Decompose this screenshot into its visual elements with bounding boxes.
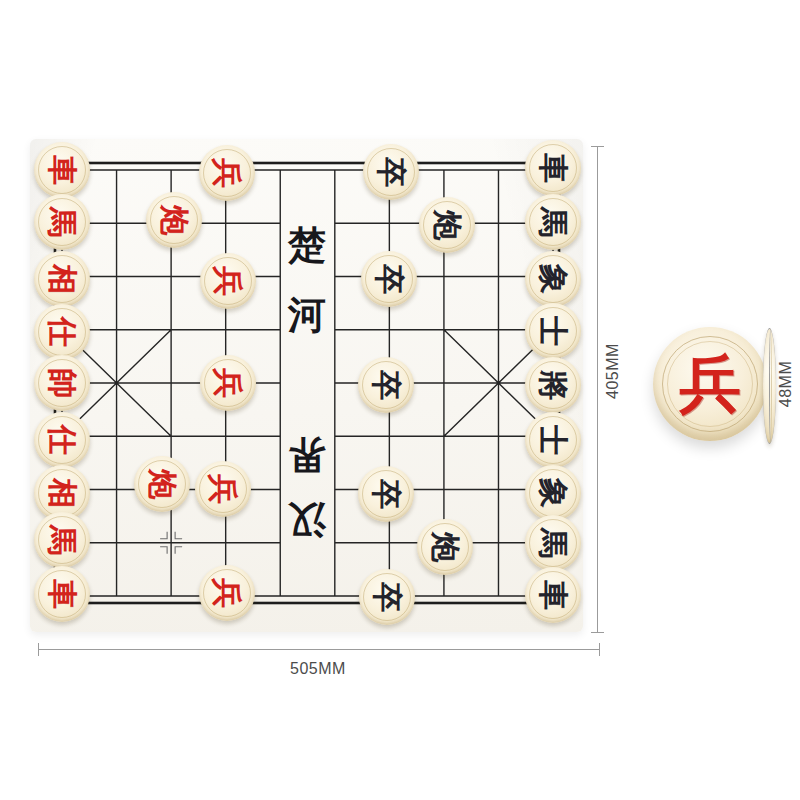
- piece-black-soldier[interactable]: 卒: [359, 569, 415, 625]
- piece-character: 炮: [432, 210, 462, 240]
- piece-character: 仕: [47, 425, 77, 455]
- piece-character: 卒: [374, 264, 404, 294]
- piece-character: 炮: [430, 532, 460, 562]
- piece-red-cannon[interactable]: 炮: [146, 192, 202, 248]
- piece-character: 卒: [371, 479, 401, 509]
- piece-red-advisor[interactable]: 仕: [34, 412, 90, 468]
- piece-character: 馬: [47, 525, 77, 555]
- piece-red-horse[interactable]: 馬: [34, 512, 90, 568]
- height-dimension-line: [591, 146, 604, 633]
- board-sheet: [30, 139, 583, 632]
- piece-character: 兵: [213, 368, 243, 398]
- piece-character: 兵: [212, 578, 242, 608]
- piece-black-elephant[interactable]: 象: [525, 251, 581, 307]
- river-label-he: 河: [283, 291, 331, 339]
- piece-red-soldier[interactable]: 兵: [195, 461, 251, 517]
- piece-black-chariot[interactable]: 車: [525, 567, 581, 623]
- piece-black-soldier[interactable]: 卒: [361, 251, 417, 307]
- width-dimension-label: 505MM: [38, 660, 598, 678]
- piece-red-horse[interactable]: 馬: [34, 194, 90, 250]
- piece-character: 相: [47, 478, 77, 508]
- width-dimension-line: [38, 643, 600, 656]
- piece-red-advisor[interactable]: 仕: [34, 304, 90, 360]
- piece-character: 兵: [213, 266, 243, 296]
- piece-character: 仕: [47, 317, 77, 347]
- piece-character: 兵: [212, 158, 242, 188]
- piece-character: 士: [538, 425, 568, 455]
- piece-character: 相: [47, 264, 77, 294]
- piece-dimension-line: [763, 328, 776, 444]
- piece-character: 炮: [147, 469, 177, 499]
- piece-black-elephant[interactable]: 象: [525, 465, 581, 521]
- piece-black-chariot[interactable]: 車: [525, 140, 581, 196]
- piece-red-chariot[interactable]: 車: [34, 142, 90, 198]
- piece-red-soldier[interactable]: 兵: [199, 145, 255, 201]
- piece-character: 馬: [47, 207, 77, 237]
- piece-red-soldier[interactable]: 兵: [199, 565, 255, 621]
- piece-black-advisor[interactable]: 士: [525, 303, 581, 359]
- piece-black-cannon[interactable]: 炮: [419, 197, 475, 253]
- piece-character: 象: [538, 264, 568, 294]
- river-label-jie: 界: [283, 431, 331, 479]
- piece-character: 將: [538, 370, 568, 400]
- piece-character: 炮: [159, 205, 189, 235]
- piece-character: 車: [538, 153, 568, 183]
- piece-character: 馬: [538, 207, 568, 237]
- piece-dimension-label: 48MM: [777, 354, 795, 414]
- piece-red-chariot[interactable]: 車: [34, 566, 90, 622]
- piece-character: 象: [538, 478, 568, 508]
- single-piece-character: 兵: [679, 353, 741, 415]
- piece-character: 兵: [208, 474, 238, 504]
- piece-character: 車: [47, 155, 77, 185]
- product-photo: 楚 河 界 汉 車馬相仕帥仕相馬車炮炮兵兵兵兵兵卒卒卒卒卒炮炮車馬象士將士象馬車…: [0, 0, 800, 800]
- piece-black-horse[interactable]: 馬: [525, 515, 581, 571]
- height-dimension-label: 405MM: [604, 336, 622, 406]
- piece-character: 帥: [47, 368, 77, 398]
- piece-black-soldier[interactable]: 卒: [358, 466, 414, 522]
- piece-character: 卒: [376, 157, 406, 187]
- piece-black-general[interactable]: 將: [525, 357, 581, 413]
- piece-character: 卒: [372, 582, 402, 612]
- piece-red-elephant[interactable]: 相: [34, 251, 90, 307]
- piece-red-general[interactable]: 帥: [34, 355, 90, 411]
- single-sample-piece[interactable]: 兵: [653, 327, 767, 441]
- piece-character: 馬: [538, 528, 568, 558]
- piece-character: 士: [538, 316, 568, 346]
- piece-character: 卒: [371, 370, 401, 400]
- piece-black-soldier[interactable]: 卒: [358, 357, 414, 413]
- piece-red-soldier[interactable]: 兵: [200, 355, 256, 411]
- piece-black-cannon[interactable]: 炮: [417, 519, 473, 575]
- river-label-han: 汉: [283, 496, 331, 544]
- piece-black-advisor[interactable]: 士: [525, 412, 581, 468]
- piece-red-cannon[interactable]: 炮: [134, 456, 190, 512]
- piece-red-soldier[interactable]: 兵: [200, 253, 256, 309]
- piece-black-horse[interactable]: 馬: [525, 194, 581, 250]
- piece-character: 車: [47, 579, 77, 609]
- river-label-chu: 楚: [283, 221, 331, 269]
- piece-black-soldier[interactable]: 卒: [363, 144, 419, 200]
- piece-character: 車: [538, 580, 568, 610]
